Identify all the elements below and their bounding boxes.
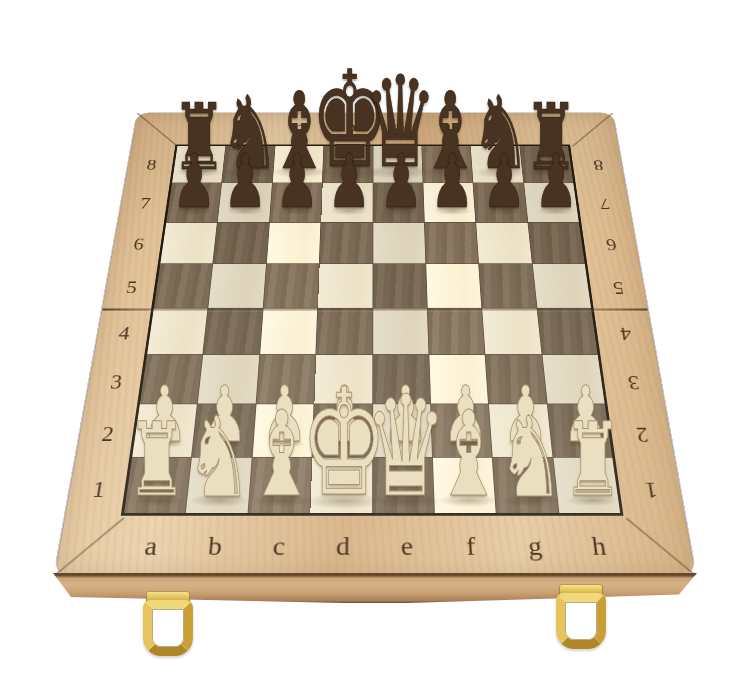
piece-black-pawn[interactable]: ♟: [376, 145, 425, 219]
piece-black-pawn[interactable]: ♟: [273, 145, 322, 219]
piece-black-pawn[interactable]: ♟: [480, 145, 529, 219]
piece-black-pawn[interactable]: ♟: [325, 145, 374, 219]
piece-white-rook[interactable]: ♜: [123, 410, 190, 512]
piece-black-pawn[interactable]: ♟: [221, 145, 270, 219]
piece-black-pawn[interactable]: ♟: [428, 145, 477, 219]
piece-white-knight[interactable]: ♞: [494, 402, 568, 514]
piece-black-pawn[interactable]: ♟: [532, 145, 581, 219]
piece-white-rook[interactable]: ♜: [559, 410, 626, 512]
pieces-layer: ♜♞♝♚♛♝♞♜♟♟♟♟♟♟♟♟♟♟♟♟♟♟♟♟♜♞♝♚♛♝♞♜: [0, 0, 750, 700]
piece-black-pawn[interactable]: ♟: [169, 145, 218, 219]
chess-set-scene: abcdefghabcdefgh8765432187654321 ♜♞♝♚♛♝♞…: [0, 0, 750, 700]
